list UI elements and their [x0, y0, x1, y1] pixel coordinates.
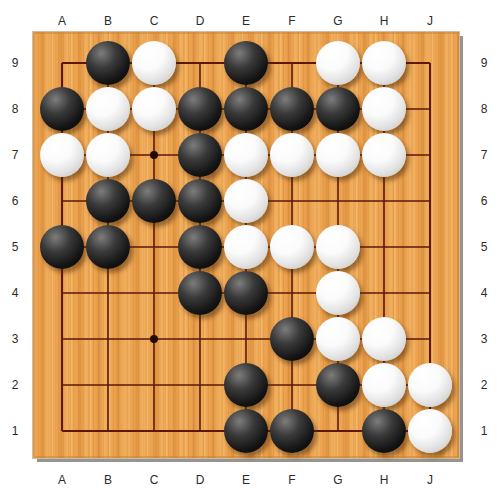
point-H8[interactable] — [361, 86, 407, 132]
point-E2[interactable] — [223, 362, 269, 408]
point-E4[interactable] — [223, 270, 269, 316]
col-label-A: A — [39, 472, 85, 488]
black-stone-A5 — [40, 225, 84, 269]
col-label-B: B — [85, 472, 131, 488]
point-J5[interactable] — [407, 224, 453, 270]
point-F5[interactable] — [269, 224, 315, 270]
row-label-8: 8 — [471, 86, 497, 132]
point-F4[interactable] — [269, 270, 315, 316]
row-label-7: 7 — [2, 132, 28, 178]
col-label-C: C — [131, 13, 177, 29]
white-stone-J1 — [408, 409, 452, 453]
black-stone-F8 — [270, 87, 314, 131]
black-stone-E9 — [224, 41, 268, 85]
point-H1[interactable] — [361, 408, 407, 454]
black-stone-B9 — [86, 41, 130, 85]
point-B7[interactable] — [85, 132, 131, 178]
point-C8[interactable] — [131, 86, 177, 132]
point-F9[interactable] — [269, 40, 315, 86]
white-stone-H2 — [362, 363, 406, 407]
point-E6[interactable] — [223, 178, 269, 224]
row-label-8: 8 — [2, 86, 28, 132]
col-label-F: F — [269, 472, 315, 488]
point-J6[interactable] — [407, 178, 453, 224]
col-label-E: E — [223, 472, 269, 488]
point-G7[interactable] — [315, 132, 361, 178]
point-J9[interactable] — [407, 40, 453, 86]
black-stone-D6 — [178, 179, 222, 223]
white-stone-J2 — [408, 363, 452, 407]
point-D4[interactable] — [177, 270, 223, 316]
point-J8[interactable] — [407, 86, 453, 132]
point-H9[interactable] — [361, 40, 407, 86]
col-label-A: A — [39, 13, 85, 29]
black-stone-F3 — [270, 317, 314, 361]
point-J3[interactable] — [407, 316, 453, 362]
point-E8[interactable] — [223, 86, 269, 132]
white-stone-H3 — [362, 317, 406, 361]
black-stone-E4 — [224, 271, 268, 315]
point-A7[interactable] — [39, 132, 85, 178]
point-G8[interactable] — [315, 86, 361, 132]
white-stone-F5 — [270, 225, 314, 269]
point-C7[interactable] — [131, 132, 177, 178]
black-stone-E1 — [224, 409, 268, 453]
black-stone-G8 — [316, 87, 360, 131]
point-C4[interactable] — [131, 270, 177, 316]
black-stone-B5 — [86, 225, 130, 269]
black-stone-F1 — [270, 409, 314, 453]
row-labels-left: 987654321 — [2, 40, 28, 454]
point-E3[interactable] — [223, 316, 269, 362]
white-stone-E5 — [224, 225, 268, 269]
point-B5[interactable] — [85, 224, 131, 270]
black-stone-A8 — [40, 87, 84, 131]
row-label-3: 3 — [471, 316, 497, 362]
point-D9[interactable] — [177, 40, 223, 86]
point-C1[interactable] — [131, 408, 177, 454]
point-A6[interactable] — [39, 178, 85, 224]
white-stone-H8 — [362, 87, 406, 131]
black-stone-D8 — [178, 87, 222, 131]
points-grid — [39, 40, 453, 454]
go-board — [33, 32, 459, 458]
black-stone-E8 — [224, 87, 268, 131]
white-stone-F7 — [270, 133, 314, 177]
row-label-6: 6 — [2, 178, 28, 224]
row-label-9: 9 — [2, 40, 28, 86]
white-stone-H7 — [362, 133, 406, 177]
point-A5[interactable] — [39, 224, 85, 270]
row-label-2: 2 — [2, 362, 28, 408]
point-G2[interactable] — [315, 362, 361, 408]
point-B6[interactable] — [85, 178, 131, 224]
point-B4[interactable] — [85, 270, 131, 316]
col-label-G: G — [315, 13, 361, 29]
black-stone-E2 — [224, 363, 268, 407]
white-stone-E7 — [224, 133, 268, 177]
point-H2[interactable] — [361, 362, 407, 408]
point-A9[interactable] — [39, 40, 85, 86]
point-A4[interactable] — [39, 270, 85, 316]
white-stone-B7 — [86, 133, 130, 177]
point-H7[interactable] — [361, 132, 407, 178]
point-B8[interactable] — [85, 86, 131, 132]
col-label-H: H — [361, 13, 407, 29]
black-stone-B6 — [86, 179, 130, 223]
col-label-J: J — [407, 472, 453, 488]
point-G3[interactable] — [315, 316, 361, 362]
point-C6[interactable] — [131, 178, 177, 224]
point-E9[interactable] — [223, 40, 269, 86]
row-label-5: 5 — [471, 224, 497, 270]
black-stone-D7 — [178, 133, 222, 177]
white-stone-G3 — [316, 317, 360, 361]
point-C3[interactable] — [131, 316, 177, 362]
point-D5[interactable] — [177, 224, 223, 270]
column-labels-bottom: ABCDEFGHJ — [39, 472, 453, 488]
black-stone-G2 — [316, 363, 360, 407]
col-label-H: H — [361, 472, 407, 488]
point-F6[interactable] — [269, 178, 315, 224]
row-label-6: 6 — [471, 178, 497, 224]
row-label-9: 9 — [471, 40, 497, 86]
point-J7[interactable] — [407, 132, 453, 178]
white-stone-G7 — [316, 133, 360, 177]
point-J2[interactable] — [407, 362, 453, 408]
point-G4[interactable] — [315, 270, 361, 316]
point-F7[interactable] — [269, 132, 315, 178]
row-label-4: 4 — [2, 270, 28, 316]
col-label-C: C — [131, 472, 177, 488]
point-G9[interactable] — [315, 40, 361, 86]
point-H4[interactable] — [361, 270, 407, 316]
point-C5[interactable] — [131, 224, 177, 270]
row-label-7: 7 — [471, 132, 497, 178]
point-E1[interactable] — [223, 408, 269, 454]
black-stone-D4 — [178, 271, 222, 315]
point-H5[interactable] — [361, 224, 407, 270]
point-D1[interactable] — [177, 408, 223, 454]
point-G6[interactable] — [315, 178, 361, 224]
white-stone-G9 — [316, 41, 360, 85]
white-stone-H9 — [362, 41, 406, 85]
row-label-3: 3 — [2, 316, 28, 362]
row-label-5: 5 — [2, 224, 28, 270]
col-label-J: J — [407, 13, 453, 29]
point-A8[interactable] — [39, 86, 85, 132]
row-label-2: 2 — [471, 362, 497, 408]
col-label-G: G — [315, 472, 361, 488]
col-label-F: F — [269, 13, 315, 29]
point-D6[interactable] — [177, 178, 223, 224]
col-label-E: E — [223, 13, 269, 29]
column-labels-top: ABCDEFGHJ — [39, 13, 453, 29]
point-A1[interactable] — [39, 408, 85, 454]
point-F2[interactable] — [269, 362, 315, 408]
point-C2[interactable] — [131, 362, 177, 408]
white-stone-B8 — [86, 87, 130, 131]
point-H6[interactable] — [361, 178, 407, 224]
white-stone-A7 — [40, 133, 84, 177]
white-stone-C8 — [132, 87, 176, 131]
row-label-4: 4 — [471, 270, 497, 316]
point-A2[interactable] — [39, 362, 85, 408]
go-diagram: ABCDEFGHJ ABCDEFGHJ 987654321 987654321 — [0, 0, 500, 500]
point-B2[interactable] — [85, 362, 131, 408]
point-J4[interactable] — [407, 270, 453, 316]
white-stone-C9 — [132, 41, 176, 85]
point-F3[interactable] — [269, 316, 315, 362]
row-labels-right: 987654321 — [471, 40, 497, 454]
point-D2[interactable] — [177, 362, 223, 408]
point-B3[interactable] — [85, 316, 131, 362]
col-label-D: D — [177, 472, 223, 488]
col-label-B: B — [85, 13, 131, 29]
point-B9[interactable] — [85, 40, 131, 86]
point-D3[interactable] — [177, 316, 223, 362]
black-stone-D5 — [178, 225, 222, 269]
point-C9[interactable] — [131, 40, 177, 86]
point-J1[interactable] — [407, 408, 453, 454]
point-H3[interactable] — [361, 316, 407, 362]
row-label-1: 1 — [2, 408, 28, 454]
point-F1[interactable] — [269, 408, 315, 454]
point-B1[interactable] — [85, 408, 131, 454]
point-G1[interactable] — [315, 408, 361, 454]
point-G5[interactable] — [315, 224, 361, 270]
black-stone-C6 — [132, 179, 176, 223]
point-F8[interactable] — [269, 86, 315, 132]
row-label-1: 1 — [471, 408, 497, 454]
white-stone-E6 — [224, 179, 268, 223]
white-stone-G4 — [316, 271, 360, 315]
point-D8[interactable] — [177, 86, 223, 132]
point-A3[interactable] — [39, 316, 85, 362]
white-stone-G5 — [316, 225, 360, 269]
point-E7[interactable] — [223, 132, 269, 178]
point-D7[interactable] — [177, 132, 223, 178]
black-stone-H1 — [362, 409, 406, 453]
col-label-D: D — [177, 13, 223, 29]
point-E5[interactable] — [223, 224, 269, 270]
